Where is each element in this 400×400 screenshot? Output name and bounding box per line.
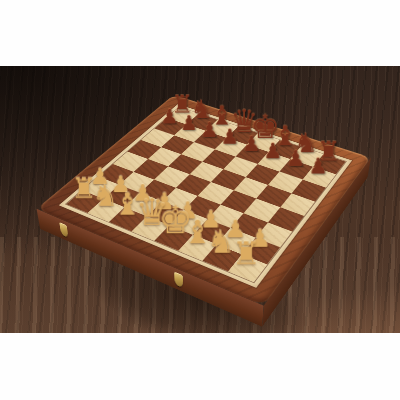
brass-clasp-icon bbox=[174, 272, 183, 289]
board-3d-scene: ♜♞♝♛♚♝♞♜♟♟♟♟♟♟♟♟♟♟♟♟♟♟♟♟♜♞♝♛♚♝♞♜ bbox=[0, 66, 400, 333]
letterbox-bottom bbox=[0, 333, 400, 400]
piece-black-pawn: ♟ bbox=[221, 127, 240, 148]
piece-black-pawn: ♟ bbox=[264, 141, 283, 162]
product-photo-canvas: ♜♞♝♛♚♝♞♜♟♟♟♟♟♟♟♟♟♟♟♟♟♟♟♟♜♞♝♛♚♝♞♜ bbox=[0, 0, 400, 400]
piece-black-pawn: ♟ bbox=[242, 134, 261, 155]
piece-white-rook: ♜ bbox=[233, 238, 261, 269]
piece-wrapper: ♟ bbox=[307, 162, 339, 181]
piece-black-pawn: ♟ bbox=[161, 107, 179, 127]
letterbox-top bbox=[0, 0, 400, 66]
piece-black-pawn: ♟ bbox=[286, 148, 305, 170]
chess-box: ♜♞♝♛♚♝♞♜♟♟♟♟♟♟♟♟♟♟♟♟♟♟♟♟♜♞♝♛♚♝♞♜ bbox=[37, 95, 371, 306]
piece-black-pawn: ♟ bbox=[200, 120, 218, 140]
table-photo: ♜♞♝♛♚♝♞♜♟♟♟♟♟♟♟♟♟♟♟♟♟♟♟♟♜♞♝♛♚♝♞♜ bbox=[0, 66, 400, 333]
piece-white-knight: ♞ bbox=[207, 227, 235, 259]
brass-clasp-icon bbox=[59, 222, 68, 238]
piece-black-pawn: ♟ bbox=[309, 156, 329, 178]
piece-black-pawn: ♟ bbox=[180, 113, 198, 133]
